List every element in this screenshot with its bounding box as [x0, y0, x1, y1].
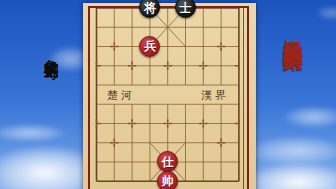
- piece-red-advisor[interactable]: 仕: [157, 151, 178, 172]
- piece-black-general[interactable]: 将: [139, 0, 160, 18]
- piece-red-general[interactable]: 帅: [157, 171, 178, 189]
- right-caption: 疑难绝妙实用: [279, 24, 306, 39]
- cloud: [248, 136, 336, 166]
- cloud: [283, 106, 336, 128]
- piece-red-soldier[interactable]: 兵: [139, 36, 160, 57]
- cloud: [246, 162, 336, 189]
- cloud: [316, 6, 336, 20]
- screen: 象棋刘正哥 疑难绝妙实用 楚河漢界 将士兵仕帅: [0, 0, 336, 189]
- piece-grid: 将士兵仕帅: [88, 0, 248, 189]
- left-caption: 象棋刘正哥: [41, 47, 60, 57]
- piece-black-advisor[interactable]: 士: [175, 0, 196, 18]
- cloud: [0, 124, 67, 142]
